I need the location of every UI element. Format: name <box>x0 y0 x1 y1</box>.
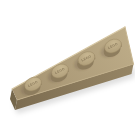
lego-piece-image: LEGOLEGOLEGOLEGO <box>0 0 135 135</box>
product-image-canvas: LEGOLEGOLEGOLEGO <box>0 0 135 135</box>
